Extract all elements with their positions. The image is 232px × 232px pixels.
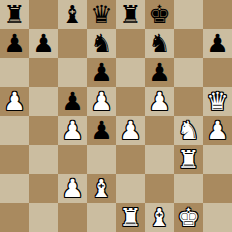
square-b8[interactable]	[29, 0, 58, 29]
white-pawn-piece[interactable]: ♟	[61, 174, 83, 203]
square-a3[interactable]	[0, 145, 29, 174]
square-g1[interactable]: ♚	[174, 203, 203, 232]
white-knight-piece[interactable]: ♞	[177, 116, 199, 145]
square-e1[interactable]: ♜	[116, 203, 145, 232]
white-pawn-piece[interactable]: ♟	[206, 116, 228, 145]
square-h3[interactable]	[203, 145, 232, 174]
square-h2[interactable]	[203, 174, 232, 203]
square-b1[interactable]	[29, 203, 58, 232]
black-knight-piece[interactable]: ♞	[90, 29, 112, 58]
square-d3[interactable]	[87, 145, 116, 174]
square-g2[interactable]	[174, 174, 203, 203]
square-c8[interactable]: ♝	[58, 0, 87, 29]
square-g5[interactable]	[174, 87, 203, 116]
square-c6[interactable]	[58, 58, 87, 87]
square-e8[interactable]: ♜	[116, 0, 145, 29]
square-a1[interactable]	[0, 203, 29, 232]
square-h8[interactable]	[203, 0, 232, 29]
white-king-piece[interactable]: ♚	[177, 203, 199, 232]
white-pawn-piece[interactable]: ♟	[90, 87, 112, 116]
square-d4[interactable]: ♟	[87, 116, 116, 145]
black-pawn-piece[interactable]: ♟	[206, 29, 228, 58]
black-bishop-piece[interactable]: ♝	[61, 0, 83, 29]
black-king-piece[interactable]: ♚	[148, 0, 170, 29]
square-h5[interactable]: ♛	[203, 87, 232, 116]
square-a6[interactable]	[0, 58, 29, 87]
square-g6[interactable]	[174, 58, 203, 87]
white-pawn-piece[interactable]: ♟	[119, 116, 141, 145]
square-g3[interactable]: ♜	[174, 145, 203, 174]
square-f1[interactable]: ♝	[145, 203, 174, 232]
square-g4[interactable]: ♞	[174, 116, 203, 145]
square-h4[interactable]: ♟	[203, 116, 232, 145]
black-rook-piece[interactable]: ♜	[3, 0, 25, 29]
square-d6[interactable]: ♟	[87, 58, 116, 87]
square-e7[interactable]	[116, 29, 145, 58]
square-b3[interactable]	[29, 145, 58, 174]
square-e2[interactable]	[116, 174, 145, 203]
square-f6[interactable]: ♟	[145, 58, 174, 87]
square-d7[interactable]: ♞	[87, 29, 116, 58]
white-bishop-piece[interactable]: ♝	[90, 174, 112, 203]
square-a2[interactable]	[0, 174, 29, 203]
square-d2[interactable]: ♝	[87, 174, 116, 203]
square-g8[interactable]	[174, 0, 203, 29]
black-knight-piece[interactable]: ♞	[148, 29, 170, 58]
square-f5[interactable]: ♟	[145, 87, 174, 116]
square-f7[interactable]: ♞	[145, 29, 174, 58]
square-e5[interactable]	[116, 87, 145, 116]
chess-board: ♜♝♛♜♚♟♟♞♞♟♟♟♟♟♟♟♛♟♟♟♞♟♜♟♝♜♝♚	[0, 0, 232, 232]
square-b6[interactable]	[29, 58, 58, 87]
white-bishop-piece[interactable]: ♝	[148, 203, 170, 232]
square-c4[interactable]: ♟	[58, 116, 87, 145]
square-h6[interactable]	[203, 58, 232, 87]
square-d5[interactable]: ♟	[87, 87, 116, 116]
white-queen-piece[interactable]: ♛	[206, 87, 228, 116]
black-pawn-piece[interactable]: ♟	[90, 116, 112, 145]
square-a5[interactable]: ♟	[0, 87, 29, 116]
square-d8[interactable]: ♛	[87, 0, 116, 29]
white-rook-piece[interactable]: ♜	[119, 203, 141, 232]
square-c5[interactable]: ♟	[58, 87, 87, 116]
square-b4[interactable]	[29, 116, 58, 145]
white-rook-piece[interactable]: ♜	[177, 145, 199, 174]
square-f2[interactable]	[145, 174, 174, 203]
square-c7[interactable]	[58, 29, 87, 58]
square-h7[interactable]: ♟	[203, 29, 232, 58]
black-rook-piece[interactable]: ♜	[119, 0, 141, 29]
square-b2[interactable]	[29, 174, 58, 203]
square-d1[interactable]	[87, 203, 116, 232]
white-pawn-piece[interactable]: ♟	[3, 87, 25, 116]
square-c1[interactable]	[58, 203, 87, 232]
square-e3[interactable]	[116, 145, 145, 174]
black-queen-piece[interactable]: ♛	[90, 0, 112, 29]
square-b7[interactable]: ♟	[29, 29, 58, 58]
square-a4[interactable]	[0, 116, 29, 145]
black-pawn-piece[interactable]: ♟	[90, 58, 112, 87]
black-pawn-piece[interactable]: ♟	[61, 87, 83, 116]
square-f3[interactable]	[145, 145, 174, 174]
black-pawn-piece[interactable]: ♟	[148, 58, 170, 87]
white-pawn-piece[interactable]: ♟	[61, 116, 83, 145]
black-pawn-piece[interactable]: ♟	[32, 29, 54, 58]
square-a7[interactable]: ♟	[0, 29, 29, 58]
square-e6[interactable]	[116, 58, 145, 87]
white-pawn-piece[interactable]: ♟	[148, 87, 170, 116]
square-h1[interactable]	[203, 203, 232, 232]
black-pawn-piece[interactable]: ♟	[3, 29, 25, 58]
square-c3[interactable]	[58, 145, 87, 174]
square-b5[interactable]	[29, 87, 58, 116]
square-f8[interactable]: ♚	[145, 0, 174, 29]
square-c2[interactable]: ♟	[58, 174, 87, 203]
square-g7[interactable]	[174, 29, 203, 58]
square-e4[interactable]: ♟	[116, 116, 145, 145]
square-f4[interactable]	[145, 116, 174, 145]
square-a8[interactable]: ♜	[0, 0, 29, 29]
